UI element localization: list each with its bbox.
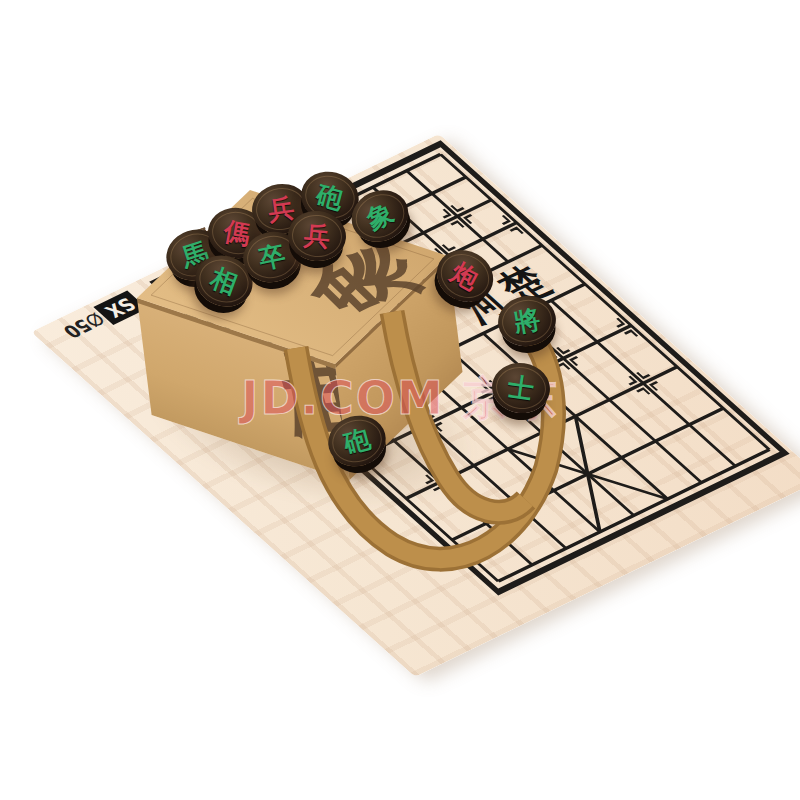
piece-character: 砲 — [341, 425, 373, 457]
piece-character: 卒 — [257, 242, 288, 273]
piece-character: 將 — [512, 306, 542, 336]
piece-character: 象 — [363, 199, 398, 234]
piece-character: 相 — [207, 264, 240, 297]
piece-character: 兵 — [266, 194, 295, 223]
piece-character: 炮 — [447, 258, 482, 293]
product-photo-canvas: { "game": "xiangqi", "scene": "Product p… — [0, 0, 800, 800]
piece-character: 兵 — [303, 222, 331, 250]
piece-character: 砲 — [314, 181, 346, 213]
piece-character: 士 — [506, 373, 535, 402]
